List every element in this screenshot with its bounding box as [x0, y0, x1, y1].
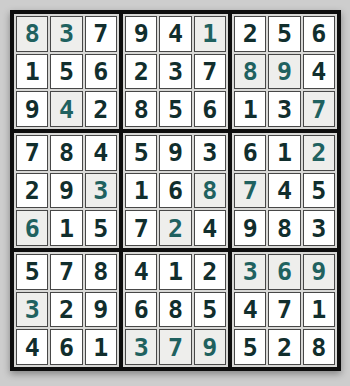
cell-r8c4[interactable]: 6: [125, 292, 157, 328]
cell-r7c4[interactable]: 4: [125, 254, 157, 290]
box-0-1: 941237856: [121, 12, 230, 131]
cell-r2c6[interactable]: 7: [194, 54, 226, 90]
cell-r4c2[interactable]: 8: [50, 135, 82, 171]
cell-r6c3[interactable]: 5: [85, 210, 117, 246]
box-1-2: 612745983: [230, 131, 339, 250]
cell-r9c2[interactable]: 6: [50, 329, 82, 365]
cell-r9c1[interactable]: 4: [16, 329, 48, 365]
cell-r3c7[interactable]: 1: [234, 91, 266, 127]
cell-r7c9[interactable]: 9: [303, 254, 335, 290]
cell-r3c5[interactable]: 5: [159, 91, 191, 127]
cell-r1c1[interactable]: 8: [16, 16, 48, 52]
cell-r4c3[interactable]: 4: [85, 135, 117, 171]
cell-r9c4[interactable]: 3: [125, 329, 157, 365]
cell-r1c8[interactable]: 5: [268, 16, 300, 52]
cell-r8c2[interactable]: 2: [50, 292, 82, 328]
cell-r6c4[interactable]: 7: [125, 210, 157, 246]
cell-r5c8[interactable]: 4: [268, 173, 300, 209]
cell-r5c4[interactable]: 1: [125, 173, 157, 209]
cell-r8c9[interactable]: 1: [303, 292, 335, 328]
box-0-0: 837156942: [12, 12, 121, 131]
cell-r7c3[interactable]: 8: [85, 254, 117, 290]
cell-r7c1[interactable]: 5: [16, 254, 48, 290]
cell-r7c7[interactable]: 3: [234, 254, 266, 290]
cell-r3c3[interactable]: 2: [85, 91, 117, 127]
cell-r1c5[interactable]: 4: [159, 16, 191, 52]
sudoku-board: 8371569429412378562568941377842936155931…: [10, 10, 341, 371]
cell-r6c6[interactable]: 4: [194, 210, 226, 246]
cell-r8c3[interactable]: 9: [85, 292, 117, 328]
cell-r3c8[interactable]: 3: [268, 91, 300, 127]
cell-r4c7[interactable]: 6: [234, 135, 266, 171]
cell-r5c2[interactable]: 9: [50, 173, 82, 209]
cell-r9c8[interactable]: 2: [268, 329, 300, 365]
cell-r8c5[interactable]: 8: [159, 292, 191, 328]
box-2-2: 369471528: [230, 250, 339, 369]
cell-r5c1[interactable]: 2: [16, 173, 48, 209]
cell-r3c9[interactable]: 7: [303, 91, 335, 127]
cell-r2c9[interactable]: 4: [303, 54, 335, 90]
cell-r3c2[interactable]: 4: [50, 91, 82, 127]
cell-r2c3[interactable]: 6: [85, 54, 117, 90]
cell-r1c3[interactable]: 7: [85, 16, 117, 52]
cell-r5c3[interactable]: 3: [85, 173, 117, 209]
cell-r9c7[interactable]: 5: [234, 329, 266, 365]
cell-r1c6[interactable]: 1: [194, 16, 226, 52]
cell-r6c2[interactable]: 1: [50, 210, 82, 246]
cell-r1c4[interactable]: 9: [125, 16, 157, 52]
box-1-1: 593168724: [121, 131, 230, 250]
cell-r1c7[interactable]: 2: [234, 16, 266, 52]
cell-r9c5[interactable]: 7: [159, 329, 191, 365]
cell-r8c6[interactable]: 5: [194, 292, 226, 328]
cell-r3c6[interactable]: 6: [194, 91, 226, 127]
cell-r2c5[interactable]: 3: [159, 54, 191, 90]
cell-r4c4[interactable]: 5: [125, 135, 157, 171]
cell-r6c7[interactable]: 9: [234, 210, 266, 246]
box-0-2: 256894137: [230, 12, 339, 131]
cell-r2c1[interactable]: 1: [16, 54, 48, 90]
cell-r9c9[interactable]: 8: [303, 329, 335, 365]
cell-r3c1[interactable]: 9: [16, 91, 48, 127]
box-2-0: 578329461: [12, 250, 121, 369]
cell-r2c7[interactable]: 8: [234, 54, 266, 90]
cell-r8c1[interactable]: 3: [16, 292, 48, 328]
cell-r5c6[interactable]: 8: [194, 173, 226, 209]
cell-r7c2[interactable]: 7: [50, 254, 82, 290]
cell-r5c5[interactable]: 6: [159, 173, 191, 209]
cell-r2c4[interactable]: 2: [125, 54, 157, 90]
page-background: 8371569429412378562568941377842936155931…: [0, 0, 350, 386]
cell-r4c8[interactable]: 1: [268, 135, 300, 171]
box-1-0: 784293615: [12, 131, 121, 250]
cell-r2c2[interactable]: 5: [50, 54, 82, 90]
cell-r4c5[interactable]: 9: [159, 135, 191, 171]
cell-r8c8[interactable]: 7: [268, 292, 300, 328]
cell-r3c4[interactable]: 8: [125, 91, 157, 127]
cell-r9c3[interactable]: 1: [85, 329, 117, 365]
cell-r6c1[interactable]: 6: [16, 210, 48, 246]
cell-r6c8[interactable]: 8: [268, 210, 300, 246]
cell-r9c6[interactable]: 9: [194, 329, 226, 365]
box-2-1: 412685379: [121, 250, 230, 369]
cell-r4c9[interactable]: 2: [303, 135, 335, 171]
cell-r5c7[interactable]: 7: [234, 173, 266, 209]
cell-r7c6[interactable]: 2: [194, 254, 226, 290]
cell-r4c6[interactable]: 3: [194, 135, 226, 171]
cell-r4c1[interactable]: 7: [16, 135, 48, 171]
cell-r8c7[interactable]: 4: [234, 292, 266, 328]
cell-r5c9[interactable]: 5: [303, 173, 335, 209]
cell-r6c5[interactable]: 2: [159, 210, 191, 246]
cell-r1c2[interactable]: 3: [50, 16, 82, 52]
cell-r6c9[interactable]: 3: [303, 210, 335, 246]
cell-r1c9[interactable]: 6: [303, 16, 335, 52]
cell-r7c5[interactable]: 1: [159, 254, 191, 290]
cell-r7c8[interactable]: 6: [268, 254, 300, 290]
cell-r2c8[interactable]: 9: [268, 54, 300, 90]
